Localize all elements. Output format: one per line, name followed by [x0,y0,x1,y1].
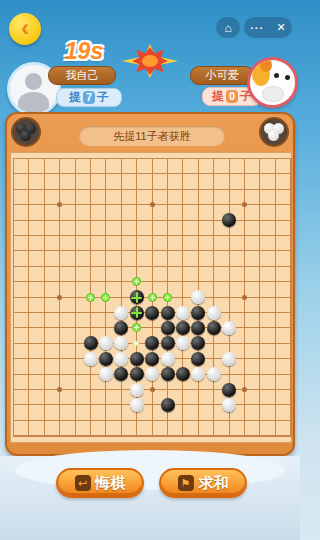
white-stone [222,352,236,366]
white-stone [207,306,221,320]
black-stone [161,398,175,412]
black-stone [161,367,175,381]
black-stone [191,306,205,320]
black-stone [145,352,159,366]
home-icon: ⌂ [224,21,231,35]
request-draw-button[interactable]: ⚑ 求和 [159,468,247,498]
person-icon [25,73,42,90]
move-timer: 19s [44,38,124,65]
vs-core-shape [142,55,158,67]
white-stone [130,398,144,412]
close-icon[interactable]: ✕ [277,21,286,34]
player-right-name: 小可爱 [190,66,254,85]
black-stone [130,352,144,366]
sparkle-icon: ✦ [132,338,140,349]
hint-marker [163,293,172,302]
player-left-name: 我自己 [48,66,116,85]
white-stone [222,321,236,335]
white-stone [176,306,190,320]
star-point [150,202,155,207]
hint-marker [148,293,157,302]
undo-icon: ↩ [75,475,91,491]
star-point [242,387,247,392]
black-stone [130,367,144,381]
undo-move-button[interactable]: ↩ 悔棋 [56,468,144,498]
star-point [57,295,62,300]
hint-marker [101,293,110,302]
player-left-capture-count: 7 [83,91,95,104]
hint-marker [86,293,95,302]
win-condition-banner: 先提11子者获胜 [79,126,225,146]
back-arrow-icon: ‹ [21,16,29,40]
miniapp-capsule: ··· ✕ [244,17,292,38]
black-stone [161,306,175,320]
home-button[interactable]: ⌂ [216,17,240,38]
more-options-icon[interactable]: ··· [250,22,264,34]
star-point [150,387,155,392]
white-stone [114,352,128,366]
white-stone [222,398,236,412]
go-grid[interactable]: ✦ [10,152,292,443]
black-stone [207,321,221,335]
player-right-avatar [247,57,298,108]
black-stone-bowl-icon [11,117,41,147]
black-stone [176,321,190,335]
white-stone [84,352,98,366]
white-stone [114,306,128,320]
bottom-panel [0,456,300,540]
white-stone-bowl-icon [259,117,289,147]
vs-badge [122,44,178,78]
draw-flag-icon: ⚑ [178,475,194,491]
black-stone [176,367,190,381]
white-stone [207,367,221,381]
black-stone [161,336,175,350]
back-button[interactable]: ‹ [9,13,41,45]
go-board-frame: 先提11子者获胜 ✦ [5,112,295,456]
player-right-capture-count: 0 [226,90,238,103]
last-move-cross-marker [131,307,142,318]
black-stone [99,352,113,366]
black-stone [222,383,236,397]
last-move-cross-marker [131,292,142,303]
player-left-captures-badge: 提 7 子 [56,88,122,107]
star-point [242,295,247,300]
white-stone [99,367,113,381]
white-stone [161,352,175,366]
black-stone [84,336,98,350]
black-stone [191,352,205,366]
black-stone [145,306,159,320]
black-stone [161,321,175,335]
white-stone [130,383,144,397]
